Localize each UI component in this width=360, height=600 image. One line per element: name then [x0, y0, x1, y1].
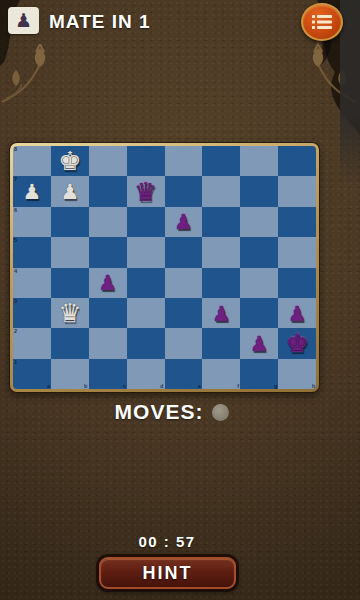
file-label-d: d [160, 383, 163, 389]
square-b8[interactable]: ♚ [51, 146, 89, 176]
piece-white-queen[interactable]: ♛ [51, 298, 89, 328]
pawn-icon: ♟ [15, 11, 32, 30]
square-d7[interactable]: ♛ [127, 176, 165, 206]
square-b7[interactable]: ♟ [51, 176, 89, 206]
piece-white-king[interactable]: ♚ [51, 146, 89, 176]
piece-white-pawn[interactable]: ♟ [13, 176, 51, 206]
list-menu-icon [312, 14, 332, 30]
file-label-g: g [274, 383, 277, 389]
square-f5[interactable] [202, 237, 240, 267]
square-g7[interactable] [240, 176, 278, 206]
square-d3[interactable] [127, 298, 165, 328]
square-g1[interactable]: g [240, 359, 278, 389]
square-f8[interactable] [202, 146, 240, 176]
file-label-b: b [84, 383, 87, 389]
square-a1[interactable]: 1a [13, 359, 51, 389]
square-g8[interactable] [240, 146, 278, 176]
square-c2[interactable] [89, 328, 127, 358]
moves-count-dot [212, 404, 229, 421]
square-e4[interactable] [165, 268, 203, 298]
square-g2[interactable]: ♟ [240, 328, 278, 358]
square-h6[interactable] [278, 207, 316, 237]
rank-label-6: 6 [14, 207, 17, 213]
rank-label-2: 2 [14, 328, 17, 334]
square-a2[interactable]: 2 [13, 328, 51, 358]
square-d5[interactable] [127, 237, 165, 267]
square-b5[interactable] [51, 237, 89, 267]
square-h2[interactable]: ♚ [278, 328, 316, 358]
app-screen: ♟ MATE IN 1 8♚7♟♟♛6♟54♟3♛♟♟2♟♚1abcdefgh … [0, 0, 360, 600]
square-e7[interactable] [165, 176, 203, 206]
piece-black-queen[interactable]: ♛ [127, 176, 165, 206]
square-f4[interactable] [202, 268, 240, 298]
board-grid: 8♚7♟♟♛6♟54♟3♛♟♟2♟♚1abcdefgh [13, 146, 316, 389]
square-e2[interactable] [165, 328, 203, 358]
square-e1[interactable]: e [165, 359, 203, 389]
page-title: MATE IN 1 [49, 11, 151, 33]
square-h7[interactable] [278, 176, 316, 206]
square-c1[interactable]: c [89, 359, 127, 389]
file-label-c: c [123, 383, 126, 389]
square-c7[interactable] [89, 176, 127, 206]
square-d1[interactable]: d [127, 359, 165, 389]
square-f3[interactable]: ♟ [202, 298, 240, 328]
square-h5[interactable] [278, 237, 316, 267]
square-c4[interactable]: ♟ [89, 268, 127, 298]
square-d6[interactable] [127, 207, 165, 237]
square-a5[interactable]: 5 [13, 237, 51, 267]
piece-black-pawn[interactable]: ♟ [202, 298, 240, 328]
square-g4[interactable] [240, 268, 278, 298]
right-edge-shadow-band [340, 0, 360, 185]
file-label-h: h [312, 383, 315, 389]
square-a8[interactable]: 8 [13, 146, 51, 176]
square-e8[interactable] [165, 146, 203, 176]
square-h4[interactable] [278, 268, 316, 298]
moves-row: MOVES: [0, 400, 344, 424]
square-d2[interactable] [127, 328, 165, 358]
piece-black-king[interactable]: ♚ [278, 328, 316, 358]
file-label-f: f [237, 383, 239, 389]
square-e5[interactable] [165, 237, 203, 267]
square-b2[interactable] [51, 328, 89, 358]
square-f1[interactable]: f [202, 359, 240, 389]
square-a6[interactable]: 6 [13, 207, 51, 237]
countdown-timer: 00 : 57 [0, 533, 334, 550]
rank-label-3: 3 [14, 298, 17, 304]
rank-label-8: 8 [14, 146, 17, 152]
piece-black-pawn[interactable]: ♟ [165, 207, 203, 237]
square-e3[interactable] [165, 298, 203, 328]
chess-board-frame: 8♚7♟♟♛6♟54♟3♛♟♟2♟♚1abcdefgh [10, 143, 319, 392]
square-f6[interactable] [202, 207, 240, 237]
piece-white-pawn[interactable]: ♟ [51, 176, 89, 206]
header-pawn-icon: ♟ [8, 7, 39, 34]
square-b4[interactable] [51, 268, 89, 298]
square-b6[interactable] [51, 207, 89, 237]
piece-black-pawn[interactable]: ♟ [240, 328, 278, 358]
square-a4[interactable]: 4 [13, 268, 51, 298]
piece-black-pawn[interactable]: ♟ [89, 268, 127, 298]
hint-button[interactable]: HINT [99, 557, 236, 589]
moves-label: MOVES: [115, 400, 204, 424]
rank-label-1: 1 [14, 359, 17, 365]
square-c8[interactable] [89, 146, 127, 176]
square-a3[interactable]: 3 [13, 298, 51, 328]
square-g3[interactable] [240, 298, 278, 328]
square-h1[interactable]: h [278, 359, 316, 389]
rank-label-4: 4 [14, 268, 17, 274]
file-label-a: a [47, 383, 50, 389]
square-d4[interactable] [127, 268, 165, 298]
file-label-e: e [198, 383, 201, 389]
square-f2[interactable] [202, 328, 240, 358]
rank-label-5: 5 [14, 237, 17, 243]
tulip-flourish-left-icon [0, 44, 58, 104]
piece-black-pawn[interactable]: ♟ [278, 298, 316, 328]
square-e6[interactable]: ♟ [165, 207, 203, 237]
menu-button[interactable] [301, 3, 343, 41]
square-g5[interactable] [240, 237, 278, 267]
square-c5[interactable] [89, 237, 127, 267]
square-h3[interactable]: ♟ [278, 298, 316, 328]
square-c3[interactable] [89, 298, 127, 328]
square-c6[interactable] [89, 207, 127, 237]
square-g6[interactable] [240, 207, 278, 237]
square-b3[interactable]: ♛ [51, 298, 89, 328]
square-d8[interactable] [127, 146, 165, 176]
square-f7[interactable] [202, 176, 240, 206]
square-h8[interactable] [278, 146, 316, 176]
square-a7[interactable]: 7♟ [13, 176, 51, 206]
square-b1[interactable]: b [51, 359, 89, 389]
